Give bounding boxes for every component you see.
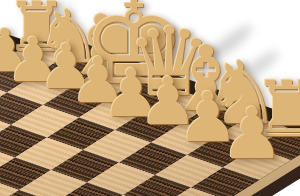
chess-set-photo: ♜♞♟♝♟♚♟♛♟♝♟♞♟♜♟♟	[0, 0, 300, 196]
white-pawn-a2: ♟	[220, 98, 284, 169]
